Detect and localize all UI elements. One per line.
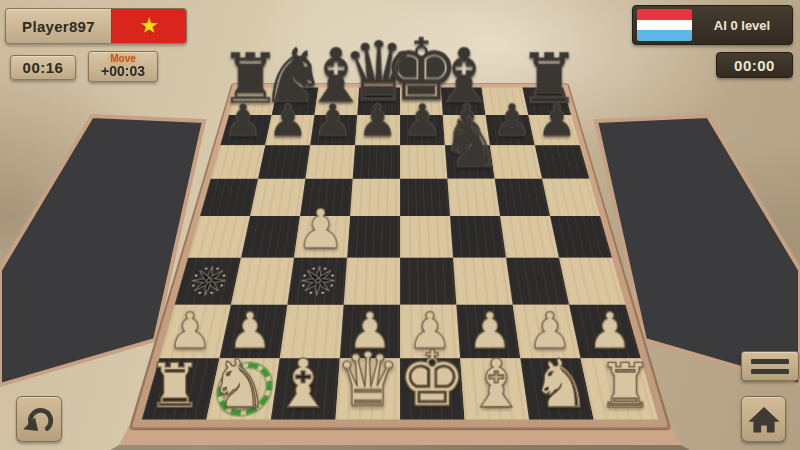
square-b7[interactable]: ♟ (265, 115, 314, 145)
white-player-panel: Player897 ★ (5, 8, 187, 44)
piece-white-knight[interactable]: ♞ (209, 350, 269, 417)
move-hint-star (184, 264, 232, 298)
square-e1[interactable]: ♚ (400, 358, 465, 419)
square-e5[interactable] (400, 179, 450, 216)
square-a5[interactable] (200, 179, 258, 216)
home-button[interactable] (741, 396, 786, 442)
square-c7[interactable]: ♟ (310, 115, 357, 145)
piece-white-knight[interactable]: ♞ (531, 350, 591, 417)
piece-white-bishop[interactable]: ♝ (273, 350, 333, 417)
luxembourg-flag (637, 9, 692, 41)
square-g5[interactable] (495, 179, 550, 216)
undo-button[interactable] (16, 396, 62, 442)
square-a6[interactable] (211, 145, 266, 179)
square-c1[interactable]: ♝ (271, 358, 340, 419)
square-f4[interactable] (450, 216, 506, 258)
square-b1[interactable]: ♞ (206, 358, 279, 419)
home-icon (747, 402, 781, 436)
square-e4[interactable] (400, 216, 453, 258)
square-f3[interactable] (453, 258, 513, 305)
square-h1[interactable]: ♜ (581, 358, 659, 419)
square-h6[interactable] (535, 145, 590, 179)
square-h5[interactable] (542, 179, 600, 216)
piece-black-pawn[interactable]: ♟ (223, 99, 263, 143)
piece-black-pawn[interactable]: ♟ (313, 99, 353, 143)
chess-app-screen: ♜♞♝♛♚♝♜♟♟♟♟♟♟♟♟♞♟♟♟♟♟♟♟♟♜♞♝♛♚♝♞♜ Player8… (0, 0, 800, 450)
menu-button[interactable] (741, 351, 799, 381)
piece-white-bishop[interactable]: ♝ (467, 350, 527, 417)
piece-white-king[interactable]: ♚ (398, 341, 466, 417)
square-a7[interactable]: ♟ (220, 115, 271, 145)
black-player-name: AI 0 level (700, 18, 784, 33)
black-player-panel: AI 0 level (632, 5, 793, 45)
square-d3[interactable] (344, 258, 400, 305)
piece-black-pawn[interactable]: ♟ (537, 99, 577, 143)
square-e7[interactable]: ♟ (400, 115, 445, 145)
square-h4[interactable] (550, 216, 612, 258)
piece-white-pawn[interactable]: ♟ (296, 202, 345, 256)
white-player-name: Player897 (6, 9, 111, 43)
vietnam-flag: ★ (111, 9, 186, 43)
square-h3[interactable] (559, 258, 625, 305)
piece-black-knight[interactable]: ♞ (440, 107, 503, 177)
square-d4[interactable] (347, 216, 400, 258)
square-g4[interactable] (500, 216, 559, 258)
square-e3[interactable] (400, 258, 456, 305)
piece-white-rook[interactable]: ♜ (598, 355, 653, 417)
square-d5[interactable] (350, 179, 400, 216)
move-hint-star (296, 264, 339, 298)
square-f5[interactable] (447, 179, 500, 216)
piece-black-pawn[interactable]: ♟ (402, 99, 442, 143)
square-b3[interactable] (231, 258, 294, 305)
undo-arrow-icon (20, 400, 58, 438)
menu-bars-icon (751, 359, 789, 364)
piece-white-pawn[interactable]: ♟ (168, 306, 213, 356)
chess-board: ♜♞♝♛♚♝♜♟♟♟♟♟♟♟♟♞♟♟♟♟♟♟♟♟♜♞♝♛♚♝♞♜ (142, 87, 658, 419)
square-d7[interactable]: ♟ (355, 115, 400, 145)
square-a4[interactable] (188, 216, 250, 258)
black-clock: 00:00 (716, 52, 793, 78)
square-f1[interactable]: ♝ (460, 358, 529, 419)
square-c6[interactable] (305, 145, 355, 179)
white-clock: 00:16 (10, 55, 76, 80)
square-g1[interactable]: ♞ (520, 358, 593, 419)
square-d1[interactable]: ♛ (335, 358, 400, 419)
square-f6[interactable]: ♞ (445, 145, 495, 179)
piece-white-rook[interactable]: ♜ (147, 355, 202, 417)
square-b4[interactable] (241, 216, 300, 258)
piece-black-pawn[interactable]: ♟ (358, 99, 398, 143)
square-c3[interactable] (287, 258, 347, 305)
square-b6[interactable] (258, 145, 310, 179)
square-a1[interactable]: ♜ (142, 358, 220, 419)
move-timer-value: +00:03 (101, 64, 145, 79)
square-d6[interactable] (353, 145, 400, 179)
square-h7[interactable]: ♟ (528, 115, 579, 145)
square-c4[interactable]: ♟ (294, 216, 350, 258)
piece-black-pawn[interactable]: ♟ (268, 99, 308, 143)
board-shadow (110, 445, 690, 450)
menu-bars-icon (751, 369, 789, 374)
square-a3[interactable] (175, 258, 241, 305)
piece-white-queen[interactable]: ♛ (335, 343, 401, 417)
move-timer-panel: Move +00:03 (88, 51, 158, 82)
piece-white-pawn[interactable]: ♟ (588, 306, 633, 356)
flag-star-icon: ★ (139, 15, 159, 37)
